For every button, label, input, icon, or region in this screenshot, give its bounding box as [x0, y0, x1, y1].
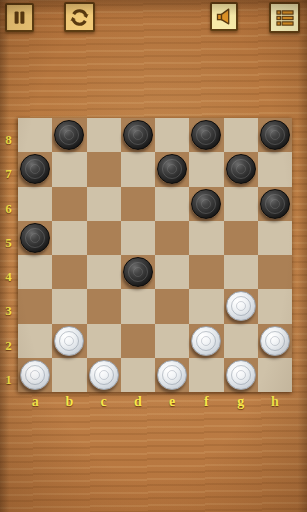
rank-label-7: 7 — [0, 157, 17, 191]
square-f1[interactable] — [189, 358, 223, 392]
square-c5[interactable] — [87, 221, 121, 255]
rank-label-4: 4 — [0, 260, 17, 294]
black-man-h8[interactable] — [260, 120, 290, 150]
square-h4[interactable] — [258, 255, 292, 289]
square-a8[interactable] — [18, 118, 52, 152]
square-g3[interactable] — [224, 289, 258, 323]
square-e1[interactable] — [155, 358, 189, 392]
square-g8[interactable] — [224, 118, 258, 152]
rank-label-2: 2 — [0, 329, 17, 363]
square-c7[interactable] — [87, 152, 121, 186]
black-man-d8[interactable] — [123, 120, 153, 150]
square-d8[interactable] — [121, 118, 155, 152]
square-g2[interactable] — [224, 324, 258, 358]
speaker-icon — [214, 6, 235, 27]
square-f4[interactable] — [189, 255, 223, 289]
square-e5[interactable] — [155, 221, 189, 255]
black-man-f6[interactable] — [191, 189, 221, 219]
square-b5[interactable] — [52, 221, 86, 255]
black-man-e7[interactable] — [157, 154, 187, 184]
rank-label-6: 6 — [0, 192, 17, 226]
black-man-a5[interactable] — [20, 223, 50, 253]
square-b8[interactable] — [52, 118, 86, 152]
square-d1[interactable] — [121, 358, 155, 392]
white-man-e1[interactable] — [157, 360, 187, 390]
white-man-h2[interactable] — [260, 326, 290, 356]
square-e2[interactable] — [155, 324, 189, 358]
square-c8[interactable] — [87, 118, 121, 152]
file-label-b: b — [52, 393, 86, 410]
square-a2[interactable] — [18, 324, 52, 358]
square-b4[interactable] — [52, 255, 86, 289]
square-e4[interactable] — [155, 255, 189, 289]
black-man-a7[interactable] — [20, 154, 50, 184]
square-c1[interactable] — [87, 358, 121, 392]
square-d3[interactable] — [121, 289, 155, 323]
square-h1[interactable] — [258, 358, 292, 392]
square-h7[interactable] — [258, 152, 292, 186]
square-f7[interactable] — [189, 152, 223, 186]
square-a7[interactable] — [18, 152, 52, 186]
rank-label-1: 1 — [0, 363, 17, 397]
file-label-f: f — [189, 393, 223, 410]
rank-label-3: 3 — [0, 294, 17, 328]
file-label-e: e — [155, 393, 189, 410]
square-a1[interactable] — [18, 358, 52, 392]
rank-label-5: 5 — [0, 226, 17, 260]
checkers-app-screen: 87654321 abcdefgh — [0, 0, 307, 512]
menu-icon — [274, 7, 296, 29]
black-man-b8[interactable] — [54, 120, 84, 150]
pause-button[interactable] — [5, 3, 34, 32]
square-d4[interactable] — [121, 255, 155, 289]
square-c3[interactable] — [87, 289, 121, 323]
file-label-g: g — [224, 393, 258, 410]
square-d5[interactable] — [121, 221, 155, 255]
sound-button[interactable] — [210, 2, 238, 31]
file-label-d: d — [121, 393, 155, 410]
square-e6[interactable] — [155, 187, 189, 221]
square-e8[interactable] — [155, 118, 189, 152]
square-g6[interactable] — [224, 187, 258, 221]
square-h8[interactable] — [258, 118, 292, 152]
square-d2[interactable] — [121, 324, 155, 358]
square-a5[interactable] — [18, 221, 52, 255]
square-f6[interactable] — [189, 187, 223, 221]
square-d7[interactable] — [121, 152, 155, 186]
square-f2[interactable] — [189, 324, 223, 358]
square-f5[interactable] — [189, 221, 223, 255]
square-g7[interactable] — [224, 152, 258, 186]
square-a4[interactable] — [18, 255, 52, 289]
square-a3[interactable] — [18, 289, 52, 323]
square-d6[interactable] — [121, 187, 155, 221]
square-b6[interactable] — [52, 187, 86, 221]
restart-icon — [68, 6, 91, 29]
board — [18, 118, 292, 392]
square-c4[interactable] — [87, 255, 121, 289]
white-man-a1[interactable] — [20, 360, 50, 390]
square-b1[interactable] — [52, 358, 86, 392]
square-b3[interactable] — [52, 289, 86, 323]
white-man-b2[interactable] — [54, 326, 84, 356]
square-e3[interactable] — [155, 289, 189, 323]
restart-button[interactable] — [64, 2, 95, 32]
square-f3[interactable] — [189, 289, 223, 323]
square-c2[interactable] — [87, 324, 121, 358]
square-h5[interactable] — [258, 221, 292, 255]
square-e7[interactable] — [155, 152, 189, 186]
black-man-g7[interactable] — [226, 154, 256, 184]
black-man-d4[interactable] — [123, 257, 153, 287]
menu-button[interactable] — [269, 2, 300, 33]
square-g1[interactable] — [224, 358, 258, 392]
square-g5[interactable] — [224, 221, 258, 255]
square-c6[interactable] — [87, 187, 121, 221]
square-h2[interactable] — [258, 324, 292, 358]
rank-label-8: 8 — [0, 123, 17, 157]
square-a6[interactable] — [18, 187, 52, 221]
square-b2[interactable] — [52, 324, 86, 358]
file-label-h: h — [258, 393, 292, 410]
square-g4[interactable] — [224, 255, 258, 289]
white-man-f2[interactable] — [191, 326, 221, 356]
square-h3[interactable] — [258, 289, 292, 323]
square-h6[interactable] — [258, 187, 292, 221]
white-man-g3[interactable] — [226, 291, 256, 321]
pause-icon — [9, 7, 30, 28]
rank-labels: 87654321 — [0, 118, 17, 392]
file-label-a: a — [18, 393, 52, 410]
white-man-g1[interactable] — [226, 360, 256, 390]
file-labels: abcdefgh — [18, 393, 292, 410]
square-f8[interactable] — [189, 118, 223, 152]
square-b7[interactable] — [52, 152, 86, 186]
white-man-c1[interactable] — [89, 360, 119, 390]
file-label-c: c — [87, 393, 121, 410]
black-man-h6[interactable] — [260, 189, 290, 219]
black-man-f8[interactable] — [191, 120, 221, 150]
